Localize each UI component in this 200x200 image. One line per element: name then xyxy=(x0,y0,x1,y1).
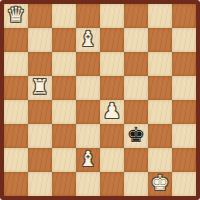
square-g1[interactable]: ♚ xyxy=(148,172,172,196)
square-e4[interactable]: ♟ xyxy=(100,100,124,124)
square-e2[interactable] xyxy=(100,148,124,172)
square-g7[interactable] xyxy=(148,28,172,52)
piece-white-queen-a8[interactable]: ♛ xyxy=(7,3,26,27)
piece-white-bishop-d2[interactable]: ♝ xyxy=(79,147,98,171)
square-e7[interactable] xyxy=(100,28,124,52)
square-d7[interactable]: ♝ xyxy=(76,28,100,52)
square-b1[interactable] xyxy=(28,172,52,196)
square-h5[interactable] xyxy=(172,76,196,100)
square-d8[interactable] xyxy=(76,4,100,28)
square-g2[interactable] xyxy=(148,148,172,172)
piece-black-king-f3[interactable]: ♚ xyxy=(127,123,146,147)
square-b4[interactable] xyxy=(28,100,52,124)
square-f8[interactable] xyxy=(124,4,148,28)
square-f4[interactable] xyxy=(124,100,148,124)
square-a5[interactable] xyxy=(4,76,28,100)
square-e8[interactable] xyxy=(100,4,124,28)
square-b2[interactable] xyxy=(28,148,52,172)
square-h1[interactable] xyxy=(172,172,196,196)
square-g3[interactable] xyxy=(148,124,172,148)
square-f5[interactable] xyxy=(124,76,148,100)
square-d2[interactable]: ♝ xyxy=(76,148,100,172)
square-g6[interactable] xyxy=(148,52,172,76)
square-g4[interactable] xyxy=(148,100,172,124)
square-b8[interactable] xyxy=(28,4,52,28)
square-e1[interactable] xyxy=(100,172,124,196)
square-f3[interactable]: ♚ xyxy=(124,124,148,148)
square-f1[interactable] xyxy=(124,172,148,196)
square-a2[interactable] xyxy=(4,148,28,172)
chess-board-frame: ♛♝♜♟♚♝♚ xyxy=(0,0,200,200)
square-g5[interactable] xyxy=(148,76,172,100)
square-d4[interactable] xyxy=(76,100,100,124)
square-h4[interactable] xyxy=(172,100,196,124)
square-d6[interactable] xyxy=(76,52,100,76)
square-d3[interactable] xyxy=(76,124,100,148)
square-e3[interactable] xyxy=(100,124,124,148)
square-a7[interactable] xyxy=(4,28,28,52)
square-h8[interactable] xyxy=(172,4,196,28)
square-f6[interactable] xyxy=(124,52,148,76)
square-c1[interactable] xyxy=(52,172,76,196)
piece-white-rook-b5[interactable]: ♜ xyxy=(31,75,50,99)
chess-board: ♛♝♜♟♚♝♚ xyxy=(4,4,196,196)
square-d5[interactable] xyxy=(76,76,100,100)
square-f2[interactable] xyxy=(124,148,148,172)
square-e6[interactable] xyxy=(100,52,124,76)
square-c7[interactable] xyxy=(52,28,76,52)
square-c4[interactable] xyxy=(52,100,76,124)
square-c5[interactable] xyxy=(52,76,76,100)
square-h3[interactable] xyxy=(172,124,196,148)
square-c2[interactable] xyxy=(52,148,76,172)
square-g8[interactable] xyxy=(148,4,172,28)
square-a8[interactable]: ♛ xyxy=(4,4,28,28)
square-d1[interactable] xyxy=(76,172,100,196)
piece-white-pawn-e4[interactable]: ♟ xyxy=(103,99,122,123)
square-b3[interactable] xyxy=(28,124,52,148)
square-a4[interactable] xyxy=(4,100,28,124)
square-c6[interactable] xyxy=(52,52,76,76)
square-h2[interactable] xyxy=(172,148,196,172)
piece-white-king-g1[interactable]: ♚ xyxy=(151,171,170,195)
square-c8[interactable] xyxy=(52,4,76,28)
square-a6[interactable] xyxy=(4,52,28,76)
square-f7[interactable] xyxy=(124,28,148,52)
square-b7[interactable] xyxy=(28,28,52,52)
square-a1[interactable] xyxy=(4,172,28,196)
square-h7[interactable] xyxy=(172,28,196,52)
square-b5[interactable]: ♜ xyxy=(28,76,52,100)
square-a3[interactable] xyxy=(4,124,28,148)
square-e5[interactable] xyxy=(100,76,124,100)
square-c3[interactable] xyxy=(52,124,76,148)
square-b6[interactable] xyxy=(28,52,52,76)
piece-white-bishop-d7[interactable]: ♝ xyxy=(79,27,98,51)
square-h6[interactable] xyxy=(172,52,196,76)
